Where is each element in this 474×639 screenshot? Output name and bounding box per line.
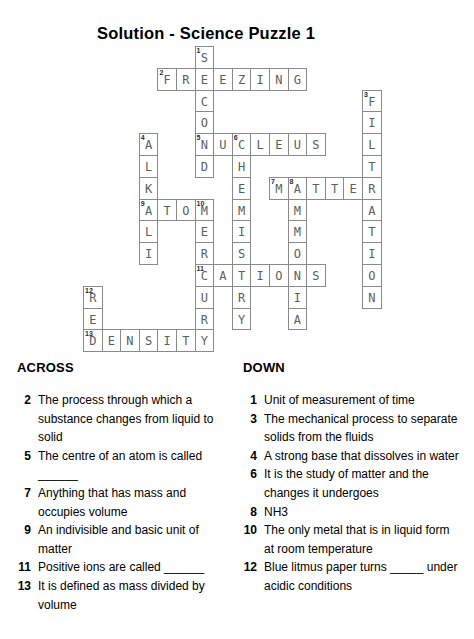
cell-letter: E — [196, 226, 214, 238]
grid-cell: T — [362, 155, 382, 178]
grid-cell: 13D — [83, 329, 103, 352]
cell-letter: R — [196, 248, 214, 260]
crossword-grid: 1S2FREEZINGC3FOI4A5NU6CLEUSLLDHTKE7M8ATT… — [83, 46, 383, 353]
clue-number: 6 — [240, 465, 257, 502]
clue-number: 2 — [14, 391, 31, 447]
grid-cell: O — [288, 242, 308, 265]
cell-letter: N — [196, 139, 214, 151]
cell-letter: L — [140, 161, 158, 173]
cell-letter: I — [363, 248, 381, 260]
clue-number: 12 — [240, 558, 257, 595]
grid-cell: I — [157, 329, 177, 352]
cell-letter: A — [140, 205, 158, 217]
grid-cell: 4A — [139, 133, 159, 156]
grid-cell: O — [195, 111, 215, 134]
grid-cell: M — [232, 199, 252, 222]
cell-letter: O — [363, 270, 381, 282]
clue-item: 11Positive ions are called ______ — [14, 558, 233, 577]
cell-letter: D — [196, 161, 214, 173]
cell-letter: T — [326, 183, 344, 195]
cell-letter: E — [214, 74, 232, 86]
clue-number: 10 — [240, 521, 257, 558]
cell-letter: A — [214, 270, 232, 282]
clue-item: 6It is the study of matter and the chang… — [240, 465, 462, 502]
clue-item: 12Blue litmus paper turns _____ under ac… — [240, 558, 462, 595]
grid-cell: I — [232, 220, 252, 243]
grid-cell: T — [306, 177, 326, 200]
cell-letter: F — [158, 74, 176, 86]
grid-cell: 6C — [232, 133, 252, 156]
cell-letter: T — [158, 205, 176, 217]
cell-letter: L — [251, 139, 269, 151]
cell-letter: Z — [233, 74, 251, 86]
grid-cell: R — [362, 177, 382, 200]
clue-item: 13It is defined as mass divided by volum… — [14, 577, 233, 614]
grid-cell: I — [139, 242, 159, 265]
cell-letter: G — [289, 74, 307, 86]
clue-text: NH3 — [264, 503, 462, 522]
clue-text: The only metal that is in liquid form at… — [264, 521, 462, 558]
grid-cell: O — [362, 264, 382, 287]
cell-letter: Y — [233, 314, 251, 326]
grid-cell: T — [232, 264, 252, 287]
page-title: Solution - Science Puzzle 1 — [97, 24, 315, 43]
across-clue-list: 2The process through which a substance c… — [14, 391, 233, 614]
grid-cell: 10M — [195, 199, 215, 222]
cell-letter: S — [196, 52, 214, 64]
cell-letter: M — [289, 226, 307, 238]
cell-letter: C — [233, 139, 251, 151]
grid-cell: E — [213, 68, 233, 91]
grid-cell: T — [325, 177, 345, 200]
cell-letter: N — [270, 74, 288, 86]
grid-cell: 12R — [83, 286, 103, 309]
cell-letter: T — [363, 226, 381, 238]
grid-cell: R — [195, 242, 215, 265]
grid-cell: E — [195, 220, 215, 243]
grid-cell: T — [157, 199, 177, 222]
cell-letter: M — [233, 205, 251, 217]
cell-letter: A — [289, 314, 307, 326]
cell-letter: S — [140, 335, 158, 347]
grid-cell: R — [176, 68, 196, 91]
cell-letter: C — [196, 270, 214, 282]
cell-letter: U — [289, 139, 307, 151]
clue-text: A strong base that dissolves in water — [264, 447, 462, 466]
clue-number: 9 — [14, 521, 31, 558]
grid-cell: S — [232, 242, 252, 265]
cell-letter: M — [196, 205, 214, 217]
cell-letter: U — [196, 292, 214, 304]
clue-text: The mechanical process to separate solid… — [264, 410, 462, 447]
cell-letter: N — [363, 292, 381, 304]
grid-cell: S — [306, 264, 326, 287]
clue-number: 4 — [240, 447, 257, 466]
grid-cell: U — [195, 286, 215, 309]
clue-item: 7Anything that has mass and occupies vol… — [14, 484, 233, 521]
clue-number: 1 — [240, 391, 257, 410]
clue-number: 8 — [240, 503, 257, 522]
cell-letter: O — [196, 117, 214, 129]
across-heading: ACROSS — [17, 360, 233, 375]
grid-cell: N — [120, 329, 140, 352]
cell-letter: O — [289, 248, 307, 260]
cell-letter: N — [121, 335, 139, 347]
grid-cell: 3F — [362, 90, 382, 113]
clue-text: The centre of an atom is called ______ — [38, 447, 233, 484]
cell-letter: S — [307, 270, 325, 282]
cell-letter: D — [84, 335, 102, 347]
clue-text: Unit of measurement of time — [264, 391, 462, 410]
grid-cell: K — [139, 177, 159, 200]
cell-letter: S — [307, 139, 325, 151]
grid-cell: H — [232, 155, 252, 178]
grid-cell: I — [250, 264, 270, 287]
cell-letter: I — [289, 292, 307, 304]
grid-cell: R — [195, 308, 215, 331]
clue-text: It is the study of matter and the change… — [264, 465, 462, 502]
clue-number: 11 — [14, 558, 31, 577]
grid-cell: N — [362, 286, 382, 309]
grid-cell: A — [213, 264, 233, 287]
cell-letter: R — [84, 292, 102, 304]
grid-cell: S — [139, 329, 159, 352]
cell-letter: A — [363, 205, 381, 217]
clue-text: Positive ions are called ______ — [38, 558, 233, 577]
cell-letter: I — [233, 226, 251, 238]
grid-cell: E — [83, 308, 103, 331]
clue-text: Anything that has mass and occupies volu… — [38, 484, 233, 521]
clue-item: 1Unit of measurement of time — [240, 391, 462, 410]
grid-cell: E — [195, 68, 215, 91]
grid-cell: I — [362, 111, 382, 134]
cell-letter: E — [233, 183, 251, 195]
grid-cell: Z — [232, 68, 252, 91]
grid-cell: L — [139, 220, 159, 243]
grid-cell: 8A — [288, 177, 308, 200]
grid-cell: N — [269, 68, 289, 91]
grid-cell: N — [288, 264, 308, 287]
cell-letter: C — [196, 96, 214, 108]
cell-letter: R — [196, 314, 214, 326]
grid-cell: I — [250, 68, 270, 91]
grid-cell: R — [232, 286, 252, 309]
clue-item: 4A strong base that dissolves in water — [240, 447, 462, 466]
clue-text: Blue litmus paper turns _____ under acid… — [264, 558, 462, 595]
grid-cell: L — [362, 133, 382, 156]
cell-letter: L — [140, 226, 158, 238]
grid-cell: T — [362, 220, 382, 243]
grid-cell: U — [288, 133, 308, 156]
grid-cell: E — [269, 133, 289, 156]
cell-letter: I — [158, 335, 176, 347]
clue-text: It is defined as mass divided by volume — [38, 577, 233, 614]
grid-cell: T — [176, 329, 196, 352]
clue-item: 9An indivisible and basic unit of matter — [14, 521, 233, 558]
clue-number: 5 — [14, 447, 31, 484]
grid-cell: L — [250, 133, 270, 156]
cell-letter: R — [363, 183, 381, 195]
cell-letter: E — [84, 314, 102, 326]
clue-text: An indivisible and basic unit of matter — [38, 521, 233, 558]
down-section: DOWN 1Unit of measurement of time3The me… — [240, 360, 462, 596]
grid-cell: O — [176, 199, 196, 222]
clue-number: 13 — [14, 577, 31, 614]
cell-letter: T — [307, 183, 325, 195]
cell-letter: I — [363, 117, 381, 129]
cell-letter: L — [363, 139, 381, 151]
grid-cell: 1S — [195, 46, 215, 69]
cell-letter: M — [289, 205, 307, 217]
cell-letter: E — [344, 183, 362, 195]
down-heading: DOWN — [243, 360, 462, 375]
grid-cell: 7M — [269, 177, 289, 200]
cell-letter: N — [289, 270, 307, 282]
grid-cell: L — [139, 155, 159, 178]
cell-letter: I — [251, 74, 269, 86]
cell-letter: E — [103, 335, 121, 347]
grid-cell: 2F — [157, 68, 177, 91]
grid-cell: I — [362, 242, 382, 265]
clue-item: 2The process through which a substance c… — [14, 391, 233, 447]
clue-item: 8NH3 — [240, 503, 462, 522]
grid-cell: 5N — [195, 133, 215, 156]
grid-cell: E — [232, 177, 252, 200]
grid-cell: 9A — [139, 199, 159, 222]
clue-number: 3 — [240, 410, 257, 447]
clue-item: 3The mechanical process to separate soli… — [240, 410, 462, 447]
cell-letter: F — [363, 96, 381, 108]
clue-item: 5The centre of an atom is called ______ — [14, 447, 233, 484]
grid-cell: A — [288, 308, 308, 331]
cell-letter: I — [251, 270, 269, 282]
across-section: ACROSS 2The process through which a subs… — [14, 360, 233, 614]
cell-letter: U — [214, 139, 232, 151]
grid-cell: M — [288, 199, 308, 222]
cell-letter: R — [233, 292, 251, 304]
cell-letter: S — [233, 248, 251, 260]
grid-cell: E — [343, 177, 363, 200]
grid-cell: 11C — [195, 264, 215, 287]
cell-letter: T — [363, 161, 381, 173]
cell-letter: A — [140, 139, 158, 151]
cell-letter: Y — [196, 335, 214, 347]
cell-letter: T — [177, 335, 195, 347]
cell-letter: R — [177, 74, 195, 86]
down-clue-list: 1Unit of measurement of time3The mechani… — [240, 391, 462, 596]
cell-letter: A — [289, 183, 307, 195]
clue-item: 10The only metal that is in liquid form … — [240, 521, 462, 558]
cell-letter: H — [233, 161, 251, 173]
grid-cell: D — [195, 155, 215, 178]
cell-letter: K — [140, 183, 158, 195]
cell-letter: T — [233, 270, 251, 282]
grid-cell: E — [102, 329, 122, 352]
cell-letter: E — [196, 74, 214, 86]
cell-letter: M — [270, 183, 288, 195]
grid-cell: Y — [195, 329, 215, 352]
cell-letter: I — [140, 248, 158, 260]
cell-letter: E — [270, 139, 288, 151]
clue-text: The process through which a substance ch… — [38, 391, 233, 447]
grid-cell: A — [362, 199, 382, 222]
grid-cell: C — [195, 90, 215, 113]
cell-letter: O — [177, 205, 195, 217]
grid-cell: S — [306, 133, 326, 156]
cell-letter: O — [270, 270, 288, 282]
clue-number: 7 — [14, 484, 31, 521]
grid-cell: U — [213, 133, 233, 156]
grid-cell: M — [288, 220, 308, 243]
grid-cell: I — [288, 286, 308, 309]
grid-cell: Y — [232, 308, 252, 331]
grid-cell: G — [288, 68, 308, 91]
grid-cell: O — [269, 264, 289, 287]
